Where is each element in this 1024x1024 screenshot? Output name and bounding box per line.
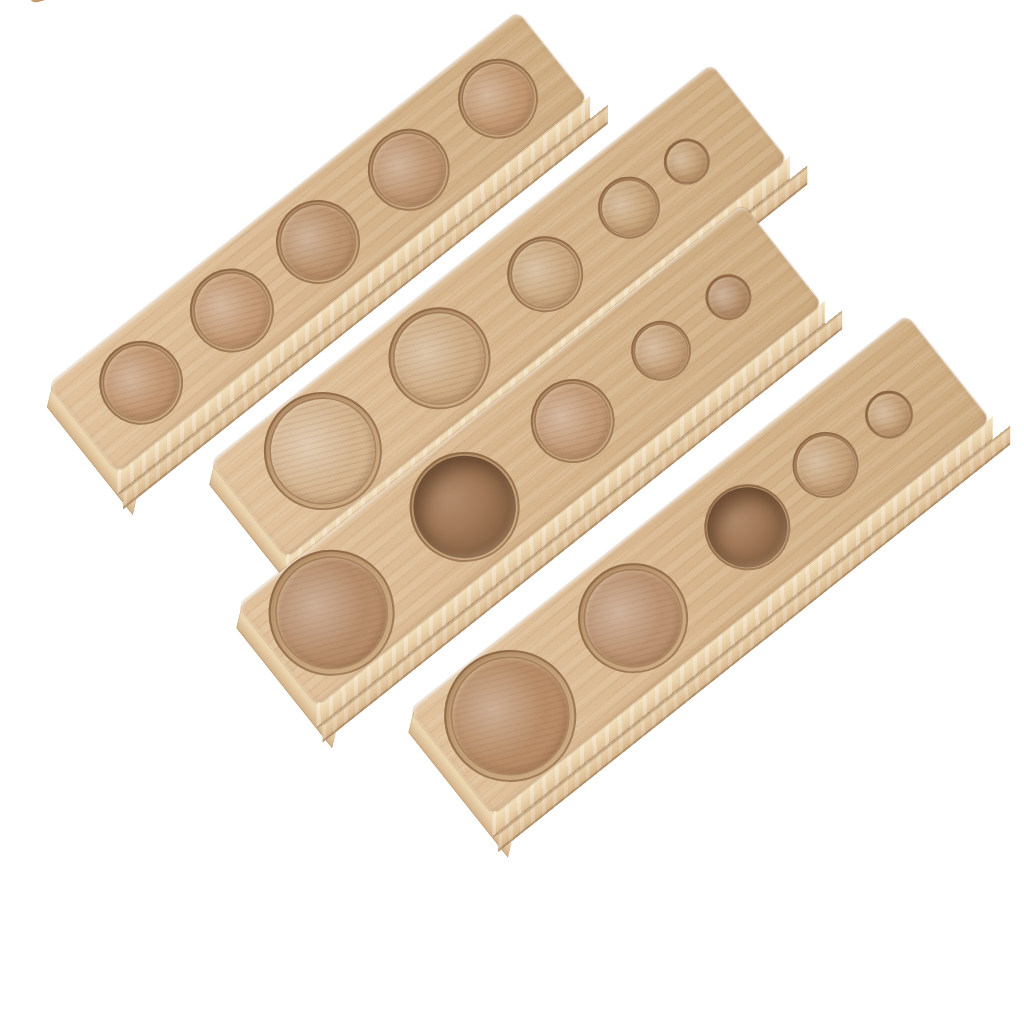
- block-1-cylinder-4-top[interactable]: [358, 119, 459, 220]
- block-1-socket-5[interactable]: [442, 43, 554, 155]
- block-1-cylinder-3-top[interactable]: [266, 190, 370, 294]
- block-4-empty-socket-3[interactable]: [692, 472, 803, 583]
- knob-ball[interactable]: [157, 275, 189, 307]
- knob-neck[interactable]: [426, 44, 443, 63]
- block-4-socket-3[interactable]: [687, 467, 808, 588]
- block-2-cylinder-3-top[interactable]: [498, 227, 592, 321]
- knob-neck[interactable]: [399, 649, 418, 670]
- block-4-socket-4[interactable]: [779, 419, 872, 512]
- cylinder-knob[interactable]: [570, 158, 600, 203]
- knob-ball[interactable]: [225, 568, 262, 605]
- knob-ball[interactable]: [66, 347, 98, 379]
- cylinder-knob[interactable]: [476, 220, 508, 268]
- cylinder-knob[interactable]: [399, 649, 436, 705]
- block-4-cylinder-4-top[interactable]: [785, 424, 867, 506]
- block-1-cylinder-5-top[interactable]: [449, 49, 548, 148]
- cylinder-knob[interactable]: [243, 187, 275, 235]
- knob-neck[interactable]: [538, 556, 556, 576]
- cylinder-knob[interactable]: [351, 299, 385, 350]
- knob-neck[interactable]: [66, 328, 83, 347]
- cylinder-knob[interactable]: [841, 367, 870, 411]
- knob-neck[interactable]: [225, 547, 244, 568]
- cylinder-knob[interactable]: [682, 250, 711, 294]
- knob-neck[interactable]: [570, 158, 586, 175]
- block-1-cylinder-1-top[interactable]: [89, 331, 193, 435]
- knob-ball[interactable]: [538, 576, 573, 611]
- knob-ball[interactable]: [243, 206, 275, 238]
- cylinder-knob[interactable]: [640, 114, 669, 158]
- cylinder-knob[interactable]: [538, 556, 573, 609]
- block-4-socket-5[interactable]: [855, 381, 922, 448]
- cylinder-knob[interactable]: [222, 388, 258, 442]
- block-4-cylinder-2-top[interactable]: [565, 550, 701, 686]
- knob-ball[interactable]: [604, 318, 634, 348]
- cylinder-blocks-photo: [0, 0, 1024, 1024]
- cylinder-knob[interactable]: [335, 115, 367, 163]
- knob-ball[interactable]: [682, 267, 711, 296]
- cylinder-knob[interactable]: [225, 547, 262, 603]
- knob-ball[interactable]: [222, 409, 258, 445]
- knob-ball[interactable]: [841, 384, 870, 413]
- knob-neck[interactable]: [335, 115, 352, 134]
- cylinder-knob[interactable]: [426, 44, 458, 92]
- knob-neck[interactable]: [157, 256, 174, 275]
- block-2-socket-5[interactable]: [655, 129, 720, 194]
- cylinder-knob[interactable]: [498, 366, 530, 414]
- knob-neck[interactable]: [476, 220, 493, 239]
- socket-bore-hole: [692, 472, 754, 521]
- loose-cylinder-medium-knob-neck[interactable]: [25, 0, 51, 3]
- knob-ball[interactable]: [399, 670, 436, 707]
- cylinder-knob[interactable]: [604, 301, 634, 346]
- knob-ball[interactable]: [476, 239, 508, 271]
- cylinder-knob[interactable]: [764, 413, 795, 460]
- knob-neck[interactable]: [243, 187, 260, 206]
- block-3-socket-5[interactable]: [696, 265, 761, 330]
- knob-ball[interactable]: [426, 63, 458, 95]
- knob-neck[interactable]: [498, 366, 515, 385]
- knob-neck[interactable]: [351, 299, 369, 319]
- block-3-cylinder-4-top[interactable]: [624, 314, 698, 388]
- knob-ball[interactable]: [498, 385, 530, 417]
- knob-neck[interactable]: [640, 114, 655, 131]
- block-3-socket-3[interactable]: [514, 362, 632, 480]
- cylinder-knob[interactable]: [157, 256, 189, 304]
- cylinder-knob[interactable]: [66, 328, 98, 376]
- block-2-socket-4[interactable]: [585, 164, 672, 251]
- block-2-cylinder-4-top[interactable]: [591, 169, 668, 246]
- knob-neck[interactable]: [764, 413, 780, 431]
- block-1-cylinder-2-top[interactable]: [180, 259, 284, 363]
- knob-ball[interactable]: [335, 134, 367, 166]
- knob-ball[interactable]: [351, 319, 385, 353]
- block-3-cylinder-3-top[interactable]: [521, 369, 625, 473]
- block-3-socket-4[interactable]: [619, 309, 703, 393]
- knob-neck[interactable]: [682, 250, 697, 267]
- loose-cylinder-medium-knob-ball[interactable]: [44, 0, 88, 5]
- knob-neck[interactable]: [222, 388, 241, 409]
- knob-ball[interactable]: [640, 131, 669, 160]
- block-2-socket-3[interactable]: [492, 221, 599, 328]
- knob-ball[interactable]: [570, 175, 600, 205]
- knob-ball[interactable]: [764, 431, 795, 462]
- knob-neck[interactable]: [604, 301, 620, 318]
- knob-neck[interactable]: [841, 367, 856, 384]
